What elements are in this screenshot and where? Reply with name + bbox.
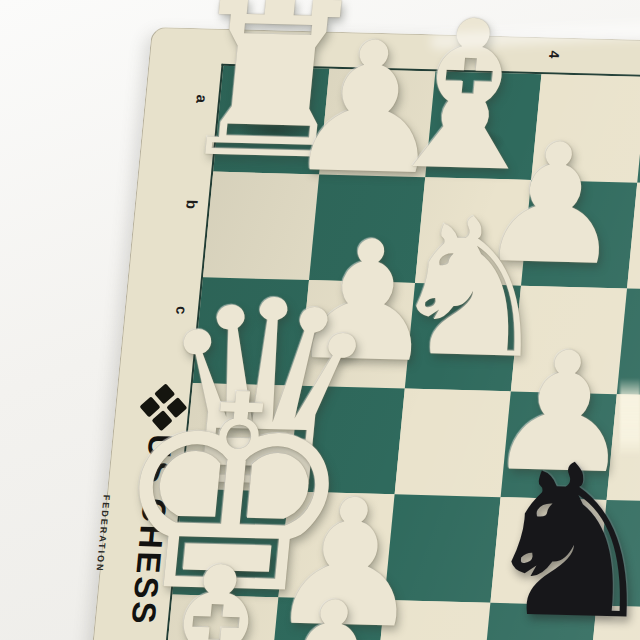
square-f3 [374,600,490,640]
square-f1 [162,595,278,640]
us-chess-logo-icon [139,383,187,431]
brand-sub-text: FEDERATION [101,495,112,507]
file-label-c: c [172,298,191,322]
vinyl-sheen [620,378,640,458]
rank-label-4: 4 [545,42,563,66]
square-a2 [319,69,435,178]
square-c3 [405,283,521,392]
square-a4 [531,74,640,183]
square-f2 [268,597,384,640]
square-f4 [480,603,596,640]
square-c2 [299,280,415,389]
square-a1 [213,66,329,175]
square-e3 [384,494,500,603]
square-d3 [395,389,511,498]
square-b3 [415,177,531,286]
rank-label-2: 2 [359,37,377,61]
rank-label-1: 1 [267,35,285,59]
square-b1 [203,172,319,281]
square-c1 [193,277,309,386]
square-b2 [309,174,425,283]
square-a3 [425,71,541,180]
brand-name-text: US CHESS [0,428,180,479]
square-e2 [278,492,394,601]
chess-board: abc1234 US CHESS FEDERATION ♜♟♝♟♟♞♛♟♚♟♞♝… [66,27,640,640]
square-d1 [183,383,299,492]
square-e1 [172,489,288,598]
board-grid [140,64,640,640]
square-b4 [521,180,637,289]
square-e4 [490,497,606,606]
board-branding: US CHESS FEDERATION [126,387,196,389]
square-c4 [511,286,627,395]
file-label-b: b [182,192,201,216]
square-d4 [501,391,617,500]
square-d2 [289,386,405,495]
file-label-a: a [193,87,212,111]
photo-scene: abc1234 US CHESS FEDERATION ♜♟♝♟♟♞♛♟♚♟♞♝… [0,0,640,640]
